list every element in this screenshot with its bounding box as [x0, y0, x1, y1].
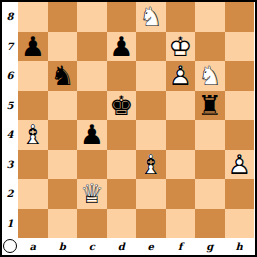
chess-board[interactable]: ♞♘♟♟♚♔♞♟♙♞♘♚♜♝♗♟♝♗♟♙♛♕ — [18, 2, 254, 238]
piece-glyph: ♚ — [107, 91, 137, 121]
square-c7[interactable] — [77, 32, 107, 62]
square-d3[interactable] — [107, 150, 137, 180]
file-label-h: h — [225, 238, 255, 255]
white-king-f7[interactable]: ♚♔ — [166, 32, 196, 62]
square-d1[interactable] — [107, 209, 137, 239]
black-knight-b6[interactable]: ♞ — [48, 61, 78, 91]
square-h6[interactable] — [225, 61, 255, 91]
white-bishop-a4[interactable]: ♝♗ — [18, 120, 48, 150]
white-knight-e8[interactable]: ♞♘ — [136, 2, 166, 32]
square-h7[interactable] — [225, 32, 255, 62]
square-c2[interactable]: ♛♕ — [77, 179, 107, 209]
square-g4[interactable] — [195, 120, 225, 150]
piece-glyph: ♜ — [195, 91, 225, 121]
white-bishop-e3[interactable]: ♝♗ — [136, 150, 166, 180]
black-pawn-c4[interactable]: ♟ — [77, 120, 107, 150]
square-h3[interactable]: ♟♙ — [225, 150, 255, 180]
file-label-a: a — [18, 238, 48, 255]
black-rook-g5[interactable]: ♜ — [195, 91, 225, 121]
file-label-e: e — [136, 238, 166, 255]
square-c4[interactable]: ♟ — [77, 120, 107, 150]
square-h2[interactable] — [225, 179, 255, 209]
square-a1[interactable] — [18, 209, 48, 239]
white-knight-g6[interactable]: ♞♘ — [195, 61, 225, 91]
square-e8[interactable]: ♞♘ — [136, 2, 166, 32]
piece-outline: ♕ — [77, 179, 107, 209]
piece-outline: ♗ — [18, 120, 48, 150]
chess-diagram: 87654321 ♞♘♟♟♚♔♞♟♙♞♘♚♜♝♗♟♝♗♟♙♛♕ abcdefgh — [0, 0, 257, 257]
square-f3[interactable] — [166, 150, 196, 180]
square-c8[interactable] — [77, 2, 107, 32]
square-a7[interactable]: ♟ — [18, 32, 48, 62]
piece-glyph: ♟ — [77, 120, 107, 150]
square-b2[interactable] — [48, 179, 78, 209]
square-b3[interactable] — [48, 150, 78, 180]
square-f8[interactable] — [166, 2, 196, 32]
square-a3[interactable] — [18, 150, 48, 180]
square-c5[interactable] — [77, 91, 107, 121]
piece-glyph: ♟ — [18, 32, 48, 62]
file-label-g: g — [195, 238, 225, 255]
square-g2[interactable] — [195, 179, 225, 209]
square-b8[interactable] — [48, 2, 78, 32]
square-a2[interactable] — [18, 179, 48, 209]
piece-outline: ♙ — [166, 61, 196, 91]
square-h1[interactable] — [225, 209, 255, 239]
file-label-d: d — [107, 238, 137, 255]
square-b4[interactable] — [48, 120, 78, 150]
square-a5[interactable] — [18, 91, 48, 121]
square-d4[interactable] — [107, 120, 137, 150]
square-d8[interactable] — [107, 2, 137, 32]
square-e2[interactable] — [136, 179, 166, 209]
square-g1[interactable] — [195, 209, 225, 239]
square-g5[interactable]: ♜ — [195, 91, 225, 121]
piece-outline: ♙ — [225, 150, 255, 180]
rank-label-6: 6 — [2, 61, 18, 91]
square-d2[interactable] — [107, 179, 137, 209]
black-king-d5[interactable]: ♚ — [107, 91, 137, 121]
square-h4[interactable] — [225, 120, 255, 150]
square-f7[interactable]: ♚♔ — [166, 32, 196, 62]
square-f1[interactable] — [166, 209, 196, 239]
rank-labels: 87654321 — [2, 2, 18, 238]
square-g3[interactable] — [195, 150, 225, 180]
square-d5[interactable]: ♚ — [107, 91, 137, 121]
rank-label-3: 3 — [2, 150, 18, 180]
piece-outline: ♘ — [195, 61, 225, 91]
square-h5[interactable] — [225, 91, 255, 121]
piece-outline: ♘ — [136, 2, 166, 32]
piece-outline: ♔ — [166, 32, 196, 62]
square-b5[interactable] — [48, 91, 78, 121]
square-e5[interactable] — [136, 91, 166, 121]
white-to-move-indicator — [3, 239, 17, 253]
square-a6[interactable] — [18, 61, 48, 91]
square-f6[interactable]: ♟♙ — [166, 61, 196, 91]
black-pawn-d7[interactable]: ♟ — [107, 32, 137, 62]
piece-glyph: ♟ — [107, 32, 137, 62]
square-a4[interactable]: ♝♗ — [18, 120, 48, 150]
rank-label-8: 8 — [2, 2, 18, 32]
white-pawn-h3[interactable]: ♟♙ — [225, 150, 255, 180]
square-e7[interactable] — [136, 32, 166, 62]
white-pawn-f6[interactable]: ♟♙ — [166, 61, 196, 91]
square-f5[interactable] — [166, 91, 196, 121]
square-e4[interactable] — [136, 120, 166, 150]
square-a8[interactable] — [18, 2, 48, 32]
file-labels: abcdefgh — [18, 238, 254, 255]
piece-outline: ♗ — [136, 150, 166, 180]
square-f2[interactable] — [166, 179, 196, 209]
file-label-f: f — [166, 238, 196, 255]
white-queen-c2[interactable]: ♛♕ — [77, 179, 107, 209]
square-g8[interactable] — [195, 2, 225, 32]
rank-label-1: 1 — [2, 209, 18, 239]
black-pawn-a7[interactable]: ♟ — [18, 32, 48, 62]
square-d7[interactable]: ♟ — [107, 32, 137, 62]
file-label-c: c — [77, 238, 107, 255]
square-c6[interactable] — [77, 61, 107, 91]
square-e3[interactable]: ♝♗ — [136, 150, 166, 180]
square-c1[interactable] — [77, 209, 107, 239]
square-f4[interactable] — [166, 120, 196, 150]
rank-label-4: 4 — [2, 120, 18, 150]
square-d6[interactable] — [107, 61, 137, 91]
rank-label-7: 7 — [2, 32, 18, 62]
square-h8[interactable] — [225, 2, 255, 32]
square-b7[interactable] — [48, 32, 78, 62]
square-g7[interactable] — [195, 32, 225, 62]
square-g6[interactable]: ♞♘ — [195, 61, 225, 91]
square-c3[interactable] — [77, 150, 107, 180]
square-e6[interactable] — [136, 61, 166, 91]
square-e1[interactable] — [136, 209, 166, 239]
rank-label-5: 5 — [2, 91, 18, 121]
rank-label-2: 2 — [2, 179, 18, 209]
piece-glyph: ♞ — [48, 61, 78, 91]
square-b1[interactable] — [48, 209, 78, 239]
square-b6[interactable]: ♞ — [48, 61, 78, 91]
file-label-b: b — [48, 238, 78, 255]
